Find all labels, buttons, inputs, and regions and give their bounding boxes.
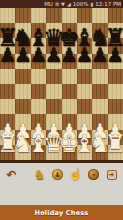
decor-square [46,8,61,23]
square-f6[interactable] [77,69,92,84]
undo-button[interactable]: ↶ [5,167,18,182]
square-c6[interactable] [31,69,46,84]
carrier-label: MU [44,0,53,8]
decor-square [77,8,92,23]
square-d5[interactable] [46,84,61,99]
battery-icon: ▮ [91,0,94,8]
white-rook-h1[interactable]: ♜ [105,132,123,156]
square-f4[interactable] [77,99,92,114]
wifi-icon: ▼ [61,0,65,8]
knight-button[interactable]: ♞ [33,167,46,182]
square-h4[interactable] [108,99,123,114]
square-c7[interactable]: ♟ [31,54,46,69]
square-f7[interactable]: ♟ [77,54,92,69]
chess-board: ♜♞♝♛♚♝♞♜♟♟♟♟♟♟♟♟♟♟♟♟♟♟♟♟♜♞♝♛♚♝♞♜ [0,8,123,163]
medal-icon: ● [88,169,99,180]
coin-icon: ♟ [52,169,63,180]
square-g6[interactable] [92,69,107,84]
square-e4[interactable] [62,99,77,114]
square-h6[interactable] [108,69,123,84]
signal-icon: ◢ [67,0,71,8]
coin-button[interactable]: ♟ [51,167,64,182]
square-c4[interactable] [31,99,46,114]
decor-square [31,8,46,23]
status-bar: MU ⊠ ▼ ◢ 100% ▮ 12:17 PM [0,0,123,8]
square-h1[interactable]: ♜ [108,145,123,160]
square-h7[interactable]: ♟ [108,54,123,69]
app-title: Holiday Chess [35,209,89,217]
decor-square [0,8,15,23]
square-a6[interactable] [0,69,15,84]
square-e7[interactable]: ♟ [62,54,77,69]
square-g7[interactable]: ♟ [92,54,107,69]
decor-square [92,8,107,23]
app-title-bar: Holiday Chess [0,205,123,220]
square-b7[interactable]: ♟ [15,54,30,69]
decor-square [62,8,77,23]
square-e5[interactable] [62,84,77,99]
toolbar: ↶ ♞ ♟ ☝ ● ➜ [0,163,123,205]
square-e6[interactable] [62,69,77,84]
square-d6[interactable] [46,69,61,84]
square-a7[interactable]: ♟ [0,54,15,69]
alert-icon: ⊠ [55,0,59,8]
decor-square [108,8,123,23]
square-b4[interactable] [15,99,30,114]
hint-hand-icon: ☝ [69,169,83,180]
square-d4[interactable] [46,99,61,114]
square-b5[interactable] [15,84,30,99]
square-g5[interactable] [92,84,107,99]
exit-button[interactable]: ➜ [105,167,118,182]
square-c5[interactable] [31,84,46,99]
medal-button[interactable]: ● [87,167,100,182]
black-pawn-h7[interactable]: ♟ [106,45,123,65]
hint-button[interactable]: ☝ [69,167,82,182]
square-f5[interactable] [77,84,92,99]
decor-square [15,8,30,23]
battery-percent-label: 100% [73,0,89,8]
undo-icon: ↶ [6,169,16,181]
square-h5[interactable] [108,84,123,99]
square-a5[interactable] [0,84,15,99]
exit-icon: ➜ [107,170,117,180]
toolbar-button-group: ♞ ♟ ☝ ● ➜ [33,167,118,182]
square-d7[interactable]: ♟ [46,54,61,69]
square-a4[interactable] [0,99,15,114]
knight-icon: ♞ [34,168,46,181]
clock-label: 12:17 PM [95,0,121,8]
square-b6[interactable] [15,69,30,84]
square-g4[interactable] [92,99,107,114]
